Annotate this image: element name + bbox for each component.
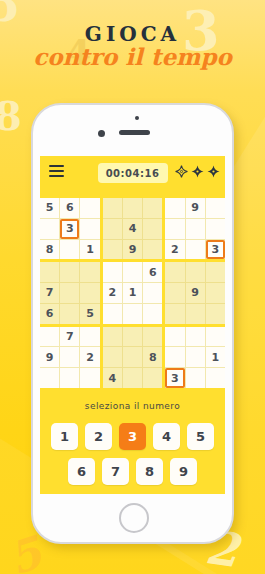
sudoku-cell[interactable] [103, 327, 122, 347]
sudoku-cell[interactable]: 8 [143, 347, 162, 367]
sudoku-cell[interactable] [60, 240, 79, 260]
sudoku-cell[interactable] [186, 219, 205, 239]
sudoku-cell[interactable] [80, 283, 99, 303]
sudoku-cell[interactable]: 3 [206, 240, 225, 260]
sudoku-cell[interactable]: 2 [80, 347, 99, 367]
app-header-bar: 00:04:16 [40, 156, 225, 188]
sudoku-box: 923 [165, 198, 225, 259]
sudoku-cell[interactable] [60, 283, 79, 303]
sudoku-cell[interactable]: 1 [206, 347, 225, 367]
number-button-1[interactable]: 1 [51, 423, 78, 450]
sudoku-cell[interactable] [143, 304, 162, 324]
sudoku-cell[interactable]: 9 [40, 347, 59, 367]
sudoku-cell[interactable]: 8 [40, 240, 59, 260]
sudoku-cell[interactable] [143, 198, 162, 218]
sudoku-grid: 563814992376562197928413 [40, 198, 225, 388]
watermark-digit: 8 [0, 96, 22, 136]
sudoku-cell[interactable]: 5 [40, 198, 59, 218]
sudoku-cell[interactable] [143, 283, 162, 303]
sudoku-cell[interactable] [206, 368, 225, 388]
sudoku-cell[interactable] [103, 198, 122, 218]
difficulty-diamond-icon-filled [207, 165, 220, 178]
sudoku-cell[interactable] [186, 304, 205, 324]
sudoku-cell[interactable] [123, 327, 142, 347]
sudoku-cell[interactable]: 7 [40, 283, 59, 303]
number-button-6[interactable]: 6 [68, 458, 95, 485]
menu-hamburger-icon[interactable] [49, 165, 64, 177]
sudoku-cell[interactable] [206, 262, 225, 282]
sudoku-box: 9 [165, 262, 225, 323]
sudoku-cell[interactable] [165, 262, 184, 282]
app-screen: 00:04:16 563814992376562197928413 selezi… [40, 156, 225, 494]
number-picker-row-2: 6789 [40, 458, 225, 485]
sudoku-box: 84 [103, 327, 163, 388]
front-camera-icon [135, 116, 139, 120]
sudoku-cell[interactable] [206, 304, 225, 324]
sudoku-cell[interactable] [165, 198, 184, 218]
sudoku-cell[interactable]: 9 [186, 283, 205, 303]
sudoku-cell[interactable] [103, 304, 122, 324]
number-button-5[interactable]: 5 [187, 423, 214, 450]
sudoku-cell[interactable] [60, 347, 79, 367]
sudoku-cell[interactable] [206, 198, 225, 218]
sudoku-cell[interactable] [40, 327, 59, 347]
sudoku-cell[interactable]: 5 [80, 304, 99, 324]
sudoku-box: 49 [103, 198, 163, 259]
sudoku-cell[interactable] [143, 368, 162, 388]
iphone-mockup: 00:04:16 563814992376562197928413 selezi… [31, 103, 234, 544]
speaker-slot [119, 130, 150, 135]
sudoku-cell[interactable] [60, 262, 79, 282]
sudoku-cell[interactable] [80, 368, 99, 388]
sudoku-cell[interactable] [165, 347, 184, 367]
sudoku-cell[interactable]: 3 [165, 368, 184, 388]
sudoku-cell[interactable] [206, 327, 225, 347]
sudoku-cell[interactable] [186, 327, 205, 347]
sudoku-cell[interactable]: 9 [123, 240, 142, 260]
sudoku-cell[interactable]: 9 [186, 198, 205, 218]
sudoku-cell[interactable] [80, 198, 99, 218]
sudoku-cell[interactable] [80, 327, 99, 347]
sudoku-cell[interactable]: 3 [60, 219, 79, 239]
number-button-9[interactable]: 9 [170, 458, 197, 485]
sudoku-cell[interactable]: 2 [165, 240, 184, 260]
sudoku-cell[interactable] [80, 219, 99, 239]
difficulty-indicator [175, 165, 220, 178]
sudoku-cell[interactable] [103, 347, 122, 367]
sudoku-cell[interactable] [60, 304, 79, 324]
sudoku-cell[interactable] [123, 304, 142, 324]
sudoku-cell[interactable] [165, 327, 184, 347]
sudoku-cell[interactable] [40, 368, 59, 388]
sudoku-box: 792 [40, 327, 100, 388]
page-subtitle: contro il tempo [0, 43, 265, 70]
sudoku-box: 56381 [40, 198, 100, 259]
sudoku-box: 621 [103, 262, 163, 323]
number-picker-label: seleziona il numero [40, 401, 225, 411]
sudoku-cell[interactable] [103, 262, 122, 282]
sudoku-cell[interactable]: 2 [103, 283, 122, 303]
sudoku-cell[interactable] [40, 262, 59, 282]
number-button-2[interactable]: 2 [85, 423, 112, 450]
number-picker-row-1: 12345 [40, 423, 225, 450]
sudoku-cell[interactable] [143, 240, 162, 260]
sudoku-cell[interactable] [123, 262, 142, 282]
sudoku-cell[interactable]: 7 [60, 327, 79, 347]
sudoku-cell[interactable]: 1 [80, 240, 99, 260]
sudoku-cell[interactable] [165, 219, 184, 239]
difficulty-diamond-icon-outline [175, 165, 188, 178]
sudoku-cell[interactable]: 4 [123, 219, 142, 239]
sudoku-cell[interactable] [123, 198, 142, 218]
sudoku-box: 13 [165, 327, 225, 388]
sudoku-cell[interactable] [40, 219, 59, 239]
sudoku-cell[interactable] [186, 240, 205, 260]
sudoku-cell[interactable] [186, 368, 205, 388]
number-button-3[interactable]: 3 [119, 423, 146, 450]
sudoku-cell[interactable] [206, 283, 225, 303]
camera-dot-icon [98, 130, 105, 137]
sudoku-cell[interactable] [60, 368, 79, 388]
app-store-screenshot: 5 4 3 8 5 2 GIOCA contro il tempo 00:04:… [0, 0, 265, 574]
difficulty-diamond-icon-filled [191, 165, 204, 178]
sudoku-box: 765 [40, 262, 100, 323]
sudoku-cell[interactable] [143, 219, 162, 239]
number-button-4[interactable]: 4 [153, 423, 180, 450]
sudoku-cell[interactable]: 4 [103, 368, 122, 388]
sudoku-cell[interactable] [186, 262, 205, 282]
sudoku-cell[interactable] [123, 368, 142, 388]
sudoku-cell[interactable] [80, 262, 99, 282]
sudoku-cell[interactable] [103, 240, 122, 260]
timer-display: 00:04:16 [98, 163, 168, 183]
sudoku-cell[interactable] [143, 327, 162, 347]
sudoku-cell[interactable]: 6 [40, 304, 59, 324]
sudoku-cell[interactable] [186, 347, 205, 367]
sudoku-cell[interactable] [165, 283, 184, 303]
sudoku-cell[interactable]: 6 [143, 262, 162, 282]
home-button[interactable] [119, 503, 149, 533]
sudoku-cell[interactable] [103, 219, 122, 239]
sudoku-cell[interactable] [123, 347, 142, 367]
number-button-7[interactable]: 7 [102, 458, 129, 485]
number-button-8[interactable]: 8 [136, 458, 163, 485]
sudoku-cell[interactable]: 6 [60, 198, 79, 218]
sudoku-cell[interactable] [165, 304, 184, 324]
sudoku-cell[interactable]: 1 [123, 283, 142, 303]
sudoku-cell[interactable] [206, 219, 225, 239]
